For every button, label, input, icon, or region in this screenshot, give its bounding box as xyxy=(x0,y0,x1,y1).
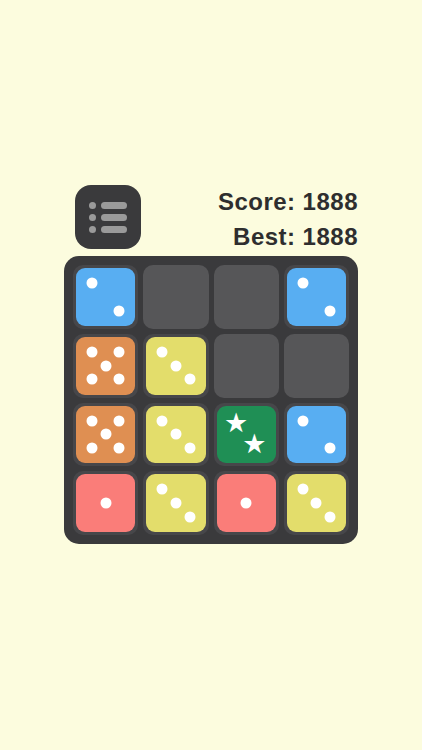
dice-pip xyxy=(170,360,181,371)
list-bullet xyxy=(89,202,96,209)
tile-dice-5 xyxy=(76,406,135,464)
tile-dice-5 xyxy=(76,337,135,395)
board-cell-empty xyxy=(214,265,279,329)
score-panel: Score:1888 Best:1888 xyxy=(218,184,358,254)
dice-pip xyxy=(325,305,336,316)
tile-dice-3 xyxy=(146,337,205,395)
dice-pip xyxy=(184,511,195,522)
dice-pip xyxy=(86,415,97,426)
board-cell xyxy=(73,334,138,398)
dice-pip xyxy=(114,346,125,357)
tile-dice-3 xyxy=(287,474,346,532)
tile-dice-3 xyxy=(146,406,205,464)
tile-dice-3 xyxy=(146,474,205,532)
tile-dice-1 xyxy=(76,474,135,532)
dice-pip xyxy=(114,305,125,316)
dice-pip xyxy=(114,374,125,385)
dice-pip xyxy=(157,415,168,426)
score-line: Score:1888 xyxy=(218,184,358,219)
tile-dice-2 xyxy=(287,406,346,464)
dice-pip xyxy=(297,415,308,426)
list-bar xyxy=(101,214,127,221)
dice-pip xyxy=(86,443,97,454)
dice-pip xyxy=(86,346,97,357)
board-cell xyxy=(73,471,138,535)
score-label: Score: xyxy=(218,188,296,215)
score-value: 1888 xyxy=(303,188,358,215)
board-cell-empty xyxy=(214,334,279,398)
dice-pip xyxy=(325,511,336,522)
list-bar xyxy=(101,226,127,233)
tile-dice-2 xyxy=(287,268,346,326)
list-bullet xyxy=(89,214,96,221)
board-cell xyxy=(214,471,279,535)
dice-pip xyxy=(241,498,252,509)
star-pip: ★ xyxy=(242,430,266,457)
dice-pip xyxy=(157,346,168,357)
best-value: 1888 xyxy=(303,223,358,250)
list-menu-row xyxy=(89,202,127,209)
board-cell xyxy=(143,334,208,398)
board-cell xyxy=(73,265,138,329)
dice-pip xyxy=(297,278,308,289)
dice-pip xyxy=(170,498,181,509)
board-cell xyxy=(143,471,208,535)
board-cell: ★★ xyxy=(214,403,279,467)
list-bar xyxy=(101,202,127,209)
dice-pip xyxy=(184,443,195,454)
list-menu-icon xyxy=(89,202,127,233)
dice-pip xyxy=(86,278,97,289)
board-cell-empty xyxy=(143,265,208,329)
tile-star-2: ★★ xyxy=(217,406,276,464)
board-cell xyxy=(284,403,349,467)
board-cell-empty xyxy=(284,334,349,398)
list-bullet xyxy=(89,226,96,233)
dice-pip xyxy=(100,429,111,440)
dice-pip xyxy=(100,360,111,371)
board-cell xyxy=(73,403,138,467)
dice-pip xyxy=(86,374,97,385)
board-cell xyxy=(284,265,349,329)
dice-pip xyxy=(157,484,168,495)
best-label: Best: xyxy=(233,223,296,250)
dice-pip xyxy=(170,429,181,440)
best-line: Best:1888 xyxy=(218,219,358,254)
dice-pip xyxy=(114,443,125,454)
board-cell xyxy=(143,403,208,467)
list-menu-row xyxy=(89,214,127,221)
dice-pip xyxy=(100,498,111,509)
dice-pip xyxy=(297,484,308,495)
dice-pip xyxy=(325,443,336,454)
tile-dice-2 xyxy=(76,268,135,326)
tile-dice-1 xyxy=(217,474,276,532)
dice-pip xyxy=(311,498,322,509)
board-cell xyxy=(284,471,349,535)
dice-pip xyxy=(114,415,125,426)
list-menu-row xyxy=(89,226,127,233)
menu-button[interactable] xyxy=(75,185,141,249)
board-grid[interactable]: ★★ xyxy=(64,256,358,544)
dice-pip xyxy=(184,374,195,385)
